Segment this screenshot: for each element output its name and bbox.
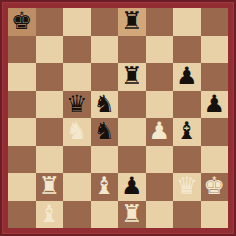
piece-black-bishop[interactable]: ♝ [176,118,198,146]
square-g3[interactable] [173,146,201,174]
square-a3[interactable] [8,146,36,174]
square-f6[interactable] [146,63,174,91]
square-a2[interactable] [8,173,36,201]
piece-white-bishop[interactable]: ♝ [38,201,60,229]
square-c6[interactable] [63,63,91,91]
square-b1[interactable]: ♝ [36,201,64,229]
piece-white-knight[interactable]: ♞ [66,118,88,146]
square-b6[interactable] [36,63,64,91]
square-c4[interactable]: ♞ [63,118,91,146]
square-e5[interactable] [118,91,146,119]
chess-board: ♚♜♜♟♛♞♟♞♞♟♝♜♝♟♛♚♝♜ [8,8,228,228]
square-e6[interactable]: ♜ [118,63,146,91]
piece-white-bishop[interactable]: ♝ [93,173,115,201]
square-d4[interactable]: ♞ [91,118,119,146]
square-b2[interactable]: ♜ [36,173,64,201]
square-h1[interactable] [201,201,229,229]
piece-white-pawn[interactable]: ♟ [148,118,170,146]
square-e8[interactable]: ♜ [118,8,146,36]
square-a1[interactable] [8,201,36,229]
square-h2[interactable]: ♚ [201,173,229,201]
square-c8[interactable] [63,8,91,36]
board-frame: ♚♜♜♟♛♞♟♞♞♟♝♜♝♟♛♚♝♜ [0,0,236,236]
piece-black-queen[interactable]: ♛ [66,91,88,119]
square-a7[interactable] [8,36,36,64]
piece-black-pawn[interactable]: ♟ [203,91,225,119]
square-b3[interactable] [36,146,64,174]
square-c3[interactable] [63,146,91,174]
square-c1[interactable] [63,201,91,229]
piece-white-rook[interactable]: ♜ [121,201,143,229]
piece-black-knight[interactable]: ♞ [93,91,115,119]
square-h3[interactable] [201,146,229,174]
square-g1[interactable] [173,201,201,229]
square-d8[interactable] [91,8,119,36]
square-f1[interactable] [146,201,174,229]
piece-white-king[interactable]: ♚ [203,173,225,201]
piece-black-king[interactable]: ♚ [11,8,33,36]
square-h7[interactable] [201,36,229,64]
square-d3[interactable] [91,146,119,174]
square-b4[interactable] [36,118,64,146]
square-d7[interactable] [91,36,119,64]
square-h4[interactable] [201,118,229,146]
piece-white-rook[interactable]: ♜ [38,173,60,201]
square-f2[interactable] [146,173,174,201]
square-e2[interactable]: ♟ [118,173,146,201]
square-d6[interactable] [91,63,119,91]
piece-black-pawn[interactable]: ♟ [176,63,198,91]
square-h6[interactable] [201,63,229,91]
square-b5[interactable] [36,91,64,119]
square-g4[interactable]: ♝ [173,118,201,146]
square-f4[interactable]: ♟ [146,118,174,146]
square-f5[interactable] [146,91,174,119]
square-f3[interactable] [146,146,174,174]
piece-black-rook[interactable]: ♜ [121,8,143,36]
square-e7[interactable] [118,36,146,64]
square-a8[interactable]: ♚ [8,8,36,36]
square-e1[interactable]: ♜ [118,201,146,229]
square-c2[interactable] [63,173,91,201]
square-d2[interactable]: ♝ [91,173,119,201]
square-d5[interactable]: ♞ [91,91,119,119]
piece-white-queen[interactable]: ♛ [176,173,198,201]
square-f7[interactable] [146,36,174,64]
square-a4[interactable] [8,118,36,146]
square-f8[interactable] [146,8,174,36]
piece-black-knight[interactable]: ♞ [93,118,115,146]
piece-black-pawn[interactable]: ♟ [121,173,143,201]
square-d1[interactable] [91,201,119,229]
square-h5[interactable]: ♟ [201,91,229,119]
square-g8[interactable] [173,8,201,36]
square-a5[interactable] [8,91,36,119]
square-g5[interactable] [173,91,201,119]
square-g2[interactable]: ♛ [173,173,201,201]
square-g7[interactable] [173,36,201,64]
square-b8[interactable] [36,8,64,36]
square-g6[interactable]: ♟ [173,63,201,91]
square-c5[interactable]: ♛ [63,91,91,119]
square-h8[interactable] [201,8,229,36]
square-b7[interactable] [36,36,64,64]
piece-black-rook[interactable]: ♜ [121,63,143,91]
square-e4[interactable] [118,118,146,146]
square-e3[interactable] [118,146,146,174]
square-c7[interactable] [63,36,91,64]
square-a6[interactable] [8,63,36,91]
